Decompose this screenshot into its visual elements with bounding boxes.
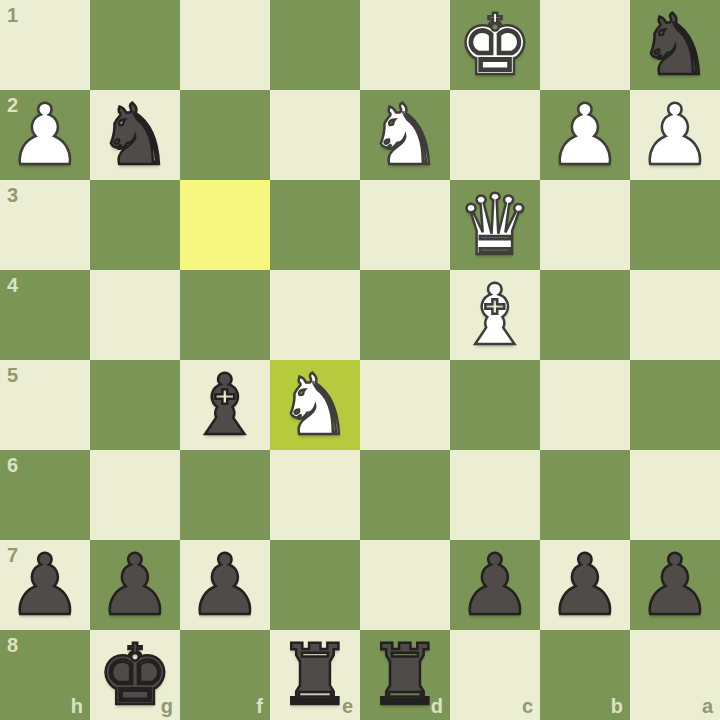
square-g3[interactable] xyxy=(90,180,180,270)
square-a6[interactable] xyxy=(630,450,720,540)
square-f4[interactable] xyxy=(180,270,270,360)
square-c3[interactable]: ♛ xyxy=(450,180,540,270)
black-pawn[interactable]: ♟ xyxy=(637,540,712,630)
square-b4[interactable] xyxy=(540,270,630,360)
square-d3[interactable] xyxy=(360,180,450,270)
square-c7[interactable]: ♟ xyxy=(450,540,540,630)
chess-board: 1♚♞2♟♞♞♟♟3♛4♝5♝♞67♟♟♟♟♟♟8hg♚fe♜d♜cba xyxy=(0,0,720,720)
square-b1[interactable] xyxy=(540,0,630,90)
square-h3[interactable]: 3 xyxy=(0,180,90,270)
square-d4[interactable] xyxy=(360,270,450,360)
square-g6[interactable] xyxy=(90,450,180,540)
black-pawn[interactable]: ♟ xyxy=(187,540,262,630)
rank-label-5: 5 xyxy=(7,365,18,385)
square-a4[interactable] xyxy=(630,270,720,360)
square-f1[interactable] xyxy=(180,0,270,90)
square-g1[interactable] xyxy=(90,0,180,90)
square-h2[interactable]: 2♟ xyxy=(0,90,90,180)
file-label-d: d xyxy=(431,696,443,716)
file-label-b: b xyxy=(611,696,623,716)
square-f6[interactable] xyxy=(180,450,270,540)
white-knight[interactable]: ♞ xyxy=(367,90,442,180)
square-h4[interactable]: 4 xyxy=(0,270,90,360)
white-queen[interactable]: ♛ xyxy=(457,180,532,270)
square-b7[interactable]: ♟ xyxy=(540,540,630,630)
file-label-f: f xyxy=(256,696,263,716)
square-b8[interactable]: b xyxy=(540,630,630,720)
square-g8[interactable]: g♚ xyxy=(90,630,180,720)
white-bishop[interactable]: ♝ xyxy=(457,270,532,360)
square-f3[interactable] xyxy=(180,180,270,270)
square-e2[interactable] xyxy=(270,90,360,180)
square-g5[interactable] xyxy=(90,360,180,450)
square-d7[interactable] xyxy=(360,540,450,630)
rank-label-4: 4 xyxy=(7,275,18,295)
square-f7[interactable]: ♟ xyxy=(180,540,270,630)
file-label-a: a xyxy=(702,696,713,716)
square-h7[interactable]: 7♟ xyxy=(0,540,90,630)
square-h6[interactable]: 6 xyxy=(0,450,90,540)
white-pawn[interactable]: ♟ xyxy=(7,90,82,180)
square-b3[interactable] xyxy=(540,180,630,270)
square-c6[interactable] xyxy=(450,450,540,540)
square-a5[interactable] xyxy=(630,360,720,450)
rank-label-3: 3 xyxy=(7,185,18,205)
square-c2[interactable] xyxy=(450,90,540,180)
square-d6[interactable] xyxy=(360,450,450,540)
square-d1[interactable] xyxy=(360,0,450,90)
square-b2[interactable]: ♟ xyxy=(540,90,630,180)
square-h8[interactable]: 8h xyxy=(0,630,90,720)
black-pawn[interactable]: ♟ xyxy=(547,540,622,630)
square-h5[interactable]: 5 xyxy=(0,360,90,450)
square-d8[interactable]: d♜ xyxy=(360,630,450,720)
square-b5[interactable] xyxy=(540,360,630,450)
square-c4[interactable]: ♝ xyxy=(450,270,540,360)
square-d2[interactable]: ♞ xyxy=(360,90,450,180)
square-e7[interactable] xyxy=(270,540,360,630)
rank-label-6: 6 xyxy=(7,455,18,475)
rank-label-7: 7 xyxy=(7,545,18,565)
white-knight[interactable]: ♞ xyxy=(277,360,352,450)
square-e6[interactable] xyxy=(270,450,360,540)
square-a1[interactable]: ♞ xyxy=(630,0,720,90)
black-pawn[interactable]: ♟ xyxy=(457,540,532,630)
rank-label-1: 1 xyxy=(7,5,18,25)
square-e3[interactable] xyxy=(270,180,360,270)
square-e5[interactable]: ♞ xyxy=(270,360,360,450)
file-label-c: c xyxy=(522,696,533,716)
white-pawn[interactable]: ♟ xyxy=(547,90,622,180)
square-d5[interactable] xyxy=(360,360,450,450)
square-a3[interactable] xyxy=(630,180,720,270)
square-b6[interactable] xyxy=(540,450,630,540)
rank-label-2: 2 xyxy=(7,95,18,115)
file-label-e: e xyxy=(342,696,353,716)
white-king[interactable]: ♚ xyxy=(457,0,532,90)
square-f2[interactable] xyxy=(180,90,270,180)
square-e1[interactable] xyxy=(270,0,360,90)
black-pawn[interactable]: ♟ xyxy=(7,540,82,630)
square-a7[interactable]: ♟ xyxy=(630,540,720,630)
square-h1[interactable]: 1 xyxy=(0,0,90,90)
black-knight[interactable]: ♞ xyxy=(637,0,712,90)
white-pawn[interactable]: ♟ xyxy=(637,90,712,180)
square-g7[interactable]: ♟ xyxy=(90,540,180,630)
square-c1[interactable]: ♚ xyxy=(450,0,540,90)
file-label-g: g xyxy=(161,696,173,716)
square-a2[interactable]: ♟ xyxy=(630,90,720,180)
square-f5[interactable]: ♝ xyxy=(180,360,270,450)
square-g2[interactable]: ♞ xyxy=(90,90,180,180)
square-e4[interactable] xyxy=(270,270,360,360)
square-e8[interactable]: e♜ xyxy=(270,630,360,720)
black-pawn[interactable]: ♟ xyxy=(97,540,172,630)
rank-label-8: 8 xyxy=(7,635,18,655)
file-label-h: h xyxy=(71,696,83,716)
square-f8[interactable]: f xyxy=(180,630,270,720)
square-a8[interactable]: a xyxy=(630,630,720,720)
square-c5[interactable] xyxy=(450,360,540,450)
square-g4[interactable] xyxy=(90,270,180,360)
square-c8[interactable]: c xyxy=(450,630,540,720)
black-bishop[interactable]: ♝ xyxy=(187,360,262,450)
black-knight[interactable]: ♞ xyxy=(97,90,172,180)
